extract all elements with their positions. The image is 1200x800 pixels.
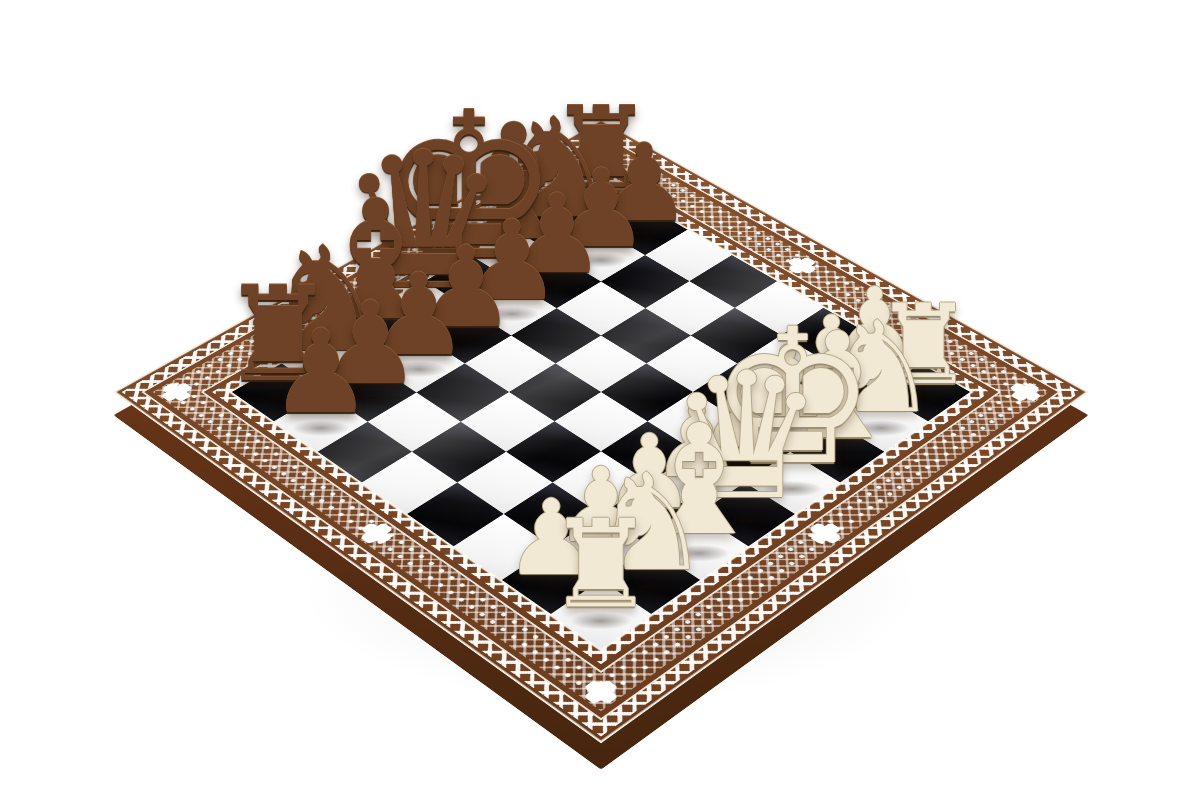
product-photo-stage: ♜♞♝♛♚♝♞♜♟♟♟♟♟♟♟♟♟♟♟♟♟♟♟♟♜♞♝♛♚♝♞♜ xyxy=(0,0,1200,800)
white-rook: ♜ xyxy=(547,504,655,625)
black-pawn: ♟ xyxy=(269,315,373,431)
pieces-layer: ♜♞♝♛♚♝♞♜♟♟♟♟♟♟♟♟♟♟♟♟♟♟♟♟♜♞♝♛♚♝♞♜ xyxy=(0,0,1200,800)
